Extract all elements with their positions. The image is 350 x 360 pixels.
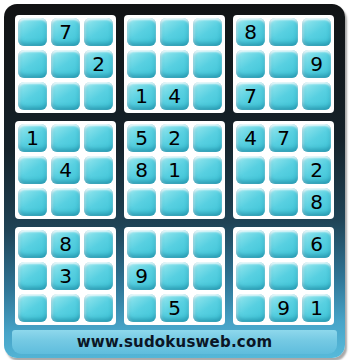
cell-r5c8[interactable] [269, 156, 298, 184]
cell-r8c3[interactable] [84, 262, 113, 290]
cell-r3c4[interactable]: 1 [127, 82, 156, 110]
cell-r6c7[interactable] [236, 188, 265, 216]
cell-r7c5[interactable] [160, 230, 189, 258]
cell-r9c5[interactable]: 5 [160, 294, 189, 322]
footer-band: www.sudokusweb.com [12, 330, 337, 354]
cell-r1c3[interactable] [84, 18, 113, 46]
sudoku-box-2-1: 14 [15, 121, 116, 219]
cell-r9c8[interactable]: 9 [269, 294, 298, 322]
cell-r1c8[interactable] [269, 18, 298, 46]
cell-r7c8[interactable] [269, 230, 298, 258]
cell-r6c1[interactable] [18, 188, 47, 216]
website-link[interactable]: www.sudokusweb.com [77, 333, 272, 351]
cell-r7c4[interactable] [127, 230, 156, 258]
cell-r4c3[interactable] [84, 124, 113, 152]
cell-r3c8[interactable] [269, 82, 298, 110]
cell-r5c1[interactable] [18, 156, 47, 184]
cell-r2c8[interactable] [269, 50, 298, 78]
cell-r7c1[interactable] [18, 230, 47, 258]
cell-r6c6[interactable] [193, 188, 222, 216]
cell-r3c7[interactable]: 7 [236, 82, 265, 110]
cell-r9c2[interactable] [51, 294, 80, 322]
cell-r9c9[interactable]: 1 [302, 294, 331, 322]
cell-r8c9[interactable] [302, 262, 331, 290]
sudoku-board: 721489714528147288395691 [15, 15, 334, 325]
cell-r5c2[interactable]: 4 [51, 156, 80, 184]
cell-r4c9[interactable] [302, 124, 331, 152]
cell-r9c3[interactable] [84, 294, 113, 322]
sudoku-plaque: 721489714528147288395691 www.sudokusweb.… [4, 4, 345, 358]
cell-r9c6[interactable] [193, 294, 222, 322]
sudoku-box-3-3: 691 [233, 227, 334, 325]
cell-r3c5[interactable]: 4 [160, 82, 189, 110]
cell-r7c2[interactable]: 8 [51, 230, 80, 258]
sudoku-box-1-1: 72 [15, 15, 116, 113]
cell-r4c6[interactable] [193, 124, 222, 152]
cell-r8c6[interactable] [193, 262, 222, 290]
sudoku-box-3-1: 83 [15, 227, 116, 325]
cell-r7c3[interactable] [84, 230, 113, 258]
cell-r2c1[interactable] [18, 50, 47, 78]
cell-r7c9[interactable]: 6 [302, 230, 331, 258]
cell-r4c8[interactable]: 7 [269, 124, 298, 152]
cell-r1c4[interactable] [127, 18, 156, 46]
cell-r2c4[interactable] [127, 50, 156, 78]
cell-r3c2[interactable] [51, 82, 80, 110]
cell-r9c7[interactable] [236, 294, 265, 322]
cell-r7c6[interactable] [193, 230, 222, 258]
cell-r8c2[interactable]: 3 [51, 262, 80, 290]
cell-r5c5[interactable]: 1 [160, 156, 189, 184]
cell-r9c4[interactable] [127, 294, 156, 322]
cell-r3c3[interactable] [84, 82, 113, 110]
cell-r5c7[interactable] [236, 156, 265, 184]
sudoku-box-2-3: 4728 [233, 121, 334, 219]
cell-r8c7[interactable] [236, 262, 265, 290]
sudoku-box-1-2: 14 [124, 15, 225, 113]
cell-r5c9[interactable]: 2 [302, 156, 331, 184]
cell-r8c1[interactable] [18, 262, 47, 290]
cell-r4c5[interactable]: 2 [160, 124, 189, 152]
sudoku-box-2-2: 5281 [124, 121, 225, 219]
sudoku-box-3-2: 95 [124, 227, 225, 325]
cell-r2c5[interactable] [160, 50, 189, 78]
cell-r1c1[interactable] [18, 18, 47, 46]
cell-r2c6[interactable] [193, 50, 222, 78]
cell-r6c5[interactable] [160, 188, 189, 216]
cell-r5c6[interactable] [193, 156, 222, 184]
cell-r8c5[interactable] [160, 262, 189, 290]
cell-r3c1[interactable] [18, 82, 47, 110]
cell-r5c4[interactable]: 8 [127, 156, 156, 184]
cell-r8c8[interactable] [269, 262, 298, 290]
cell-r6c3[interactable] [84, 188, 113, 216]
cell-r3c9[interactable] [302, 82, 331, 110]
cell-r1c7[interactable]: 8 [236, 18, 265, 46]
cell-r1c6[interactable] [193, 18, 222, 46]
cell-r6c4[interactable] [127, 188, 156, 216]
cell-r1c2[interactable]: 7 [51, 18, 80, 46]
cell-r6c8[interactable] [269, 188, 298, 216]
cell-r4c7[interactable]: 4 [236, 124, 265, 152]
cell-r1c5[interactable] [160, 18, 189, 46]
cell-r4c2[interactable] [51, 124, 80, 152]
cell-r2c9[interactable]: 9 [302, 50, 331, 78]
cell-r3c6[interactable] [193, 82, 222, 110]
cell-r7c7[interactable] [236, 230, 265, 258]
cell-r1c9[interactable] [302, 18, 331, 46]
cell-r8c4[interactable]: 9 [127, 262, 156, 290]
cell-r9c1[interactable] [18, 294, 47, 322]
cell-r5c3[interactable] [84, 156, 113, 184]
cell-r4c1[interactable]: 1 [18, 124, 47, 152]
cell-r6c9[interactable]: 8 [302, 188, 331, 216]
sudoku-box-1-3: 897 [233, 15, 334, 113]
cell-r2c3[interactable]: 2 [84, 50, 113, 78]
cell-r2c2[interactable] [51, 50, 80, 78]
cell-r2c7[interactable] [236, 50, 265, 78]
cell-r4c4[interactable]: 5 [127, 124, 156, 152]
cell-r6c2[interactable] [51, 188, 80, 216]
